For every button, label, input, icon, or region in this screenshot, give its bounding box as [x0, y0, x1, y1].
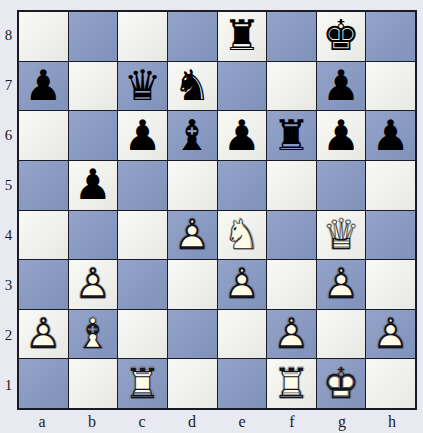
square-a7[interactable]: ♟ — [19, 62, 68, 111]
square-f1[interactable]: ♜♖ — [267, 359, 316, 408]
piece-white-pawn[interactable]: ♟♙ — [168, 211, 217, 260]
white-knight-glyph: ♞ — [218, 211, 267, 260]
rank-label-3: 3 — [0, 260, 17, 310]
file-label-e: e — [217, 410, 267, 433]
square-a2[interactable]: ♟♙ — [19, 310, 68, 359]
black-pawn-glyph: ♟ — [69, 161, 118, 210]
white-pawn-glyph: ♟ — [168, 211, 217, 260]
square-d2[interactable] — [168, 310, 217, 359]
white-pawn-outline-glyph: ♙ — [69, 260, 118, 309]
piece-white-bishop[interactable]: ♝♗ — [69, 310, 118, 359]
square-c8[interactable] — [118, 12, 167, 61]
square-d4[interactable]: ♟♙ — [168, 211, 217, 260]
white-pawn-glyph: ♟ — [317, 260, 366, 309]
square-a1[interactable] — [19, 359, 68, 408]
square-d7[interactable]: ♞ — [168, 62, 217, 111]
square-g3[interactable]: ♟♙ — [317, 260, 366, 309]
white-bishop-glyph: ♝ — [69, 310, 118, 359]
square-e8[interactable]: ♜ — [218, 12, 267, 61]
black-pawn-glyph: ♟ — [317, 111, 366, 160]
piece-white-pawn[interactable]: ♟♙ — [69, 260, 118, 309]
white-pawn-outline-glyph: ♙ — [218, 260, 267, 309]
square-e2[interactable] — [218, 310, 267, 359]
file-label-c: c — [117, 410, 167, 433]
square-g4[interactable]: ♛♕ — [317, 211, 366, 260]
file-label-d: d — [167, 410, 217, 433]
file-label-f: f — [267, 410, 317, 433]
square-b6[interactable] — [69, 111, 118, 160]
square-d3[interactable] — [168, 260, 217, 309]
piece-black-rook[interactable]: ♜ — [267, 111, 316, 160]
square-f8[interactable] — [267, 12, 316, 61]
white-king-outline-glyph: ♔ — [317, 359, 366, 408]
square-a3[interactable] — [19, 260, 68, 309]
white-rook-glyph: ♜ — [267, 359, 316, 408]
rank-label-7: 7 — [0, 60, 17, 110]
square-c3[interactable] — [118, 260, 167, 309]
piece-black-pawn[interactable]: ♟ — [118, 111, 167, 160]
square-f2[interactable]: ♟♙ — [267, 310, 316, 359]
rank-label-6: 6 — [0, 110, 17, 160]
square-f3[interactable] — [267, 260, 316, 309]
white-king-glyph: ♚ — [317, 359, 366, 408]
white-pawn-outline-glyph: ♙ — [267, 310, 316, 359]
white-pawn-glyph: ♟ — [19, 310, 68, 359]
square-h7[interactable] — [366, 62, 415, 111]
black-knight-glyph: ♞ — [168, 62, 217, 111]
square-a4[interactable] — [19, 211, 68, 260]
square-e5[interactable] — [218, 161, 267, 210]
file-label-h: h — [367, 410, 417, 433]
black-pawn-glyph: ♟ — [218, 111, 267, 160]
piece-black-bishop[interactable]: ♝ — [168, 111, 217, 160]
black-bishop-glyph: ♝ — [168, 111, 217, 160]
square-c5[interactable] — [118, 161, 167, 210]
square-a5[interactable] — [19, 161, 68, 210]
black-rook-glyph: ♜ — [218, 12, 267, 61]
square-a6[interactable] — [19, 111, 68, 160]
black-pawn-glyph: ♟ — [19, 62, 68, 111]
square-g5[interactable] — [317, 161, 366, 210]
white-bishop-outline-glyph: ♗ — [69, 310, 118, 359]
black-king-glyph: ♚ — [317, 12, 366, 61]
square-e1[interactable] — [218, 359, 267, 408]
white-pawn-outline-glyph: ♙ — [317, 260, 366, 309]
white-pawn-glyph: ♟ — [267, 310, 316, 359]
square-b5[interactable]: ♟ — [69, 161, 118, 210]
black-pawn-glyph: ♟ — [118, 111, 167, 160]
piece-black-queen[interactable]: ♛ — [118, 62, 167, 111]
square-d6[interactable]: ♝ — [168, 111, 217, 160]
square-h8[interactable] — [366, 12, 415, 61]
square-f6[interactable]: ♜ — [267, 111, 316, 160]
square-b4[interactable] — [69, 211, 118, 260]
square-g7[interactable]: ♟ — [317, 62, 366, 111]
square-h3[interactable] — [366, 260, 415, 309]
white-pawn-outline-glyph: ♙ — [19, 310, 68, 359]
piece-white-pawn[interactable]: ♟♙ — [267, 310, 316, 359]
square-d1[interactable] — [168, 359, 217, 408]
piece-black-pawn[interactable]: ♟ — [317, 62, 366, 111]
square-c7[interactable]: ♛ — [118, 62, 167, 111]
piece-black-pawn[interactable]: ♟ — [366, 111, 415, 160]
square-f7[interactable] — [267, 62, 316, 111]
square-g2[interactable] — [317, 310, 366, 359]
black-rook-glyph: ♜ — [267, 111, 316, 160]
piece-white-pawn[interactable]: ♟♙ — [19, 310, 68, 359]
piece-black-knight[interactable]: ♞ — [168, 62, 217, 111]
black-pawn-glyph: ♟ — [366, 111, 415, 160]
piece-white-pawn[interactable]: ♟♙ — [317, 260, 366, 309]
file-label-a: a — [17, 410, 67, 433]
white-knight-outline-glyph: ♘ — [218, 211, 267, 260]
square-h2[interactable]: ♟♙ — [366, 310, 415, 359]
square-e6[interactable]: ♟ — [218, 111, 267, 160]
piece-white-pawn[interactable]: ♟♙ — [218, 260, 267, 309]
white-pawn-glyph: ♟ — [218, 260, 267, 309]
piece-white-rook[interactable]: ♜♖ — [118, 359, 167, 408]
square-d8[interactable] — [168, 12, 217, 61]
rank-label-8: 8 — [0, 10, 17, 60]
square-a8[interactable] — [19, 12, 68, 61]
piece-black-pawn[interactable]: ♟ — [69, 161, 118, 210]
file-label-g: g — [317, 410, 367, 433]
square-c4[interactable] — [118, 211, 167, 260]
rank-label-1: 1 — [0, 360, 17, 410]
piece-white-king[interactable]: ♚♔ — [317, 359, 366, 408]
square-h6[interactable]: ♟ — [366, 111, 415, 160]
square-h1[interactable] — [366, 359, 415, 408]
piece-white-rook[interactable]: ♜♖ — [267, 359, 316, 408]
square-b8[interactable] — [69, 12, 118, 61]
piece-white-knight[interactable]: ♞♘ — [218, 211, 267, 260]
square-c2[interactable] — [118, 310, 167, 359]
file-labels: a b c d e f g h — [17, 410, 417, 433]
piece-black-pawn[interactable]: ♟ — [19, 62, 68, 111]
white-rook-outline-glyph: ♖ — [267, 359, 316, 408]
file-label-b: b — [67, 410, 117, 433]
white-pawn-outline-glyph: ♙ — [366, 310, 415, 359]
white-pawn-glyph: ♟ — [366, 310, 415, 359]
square-h4[interactable] — [366, 211, 415, 260]
black-pawn-glyph: ♟ — [317, 62, 366, 111]
square-b1[interactable] — [69, 359, 118, 408]
chess-position-diagram: 8 7 6 5 4 3 2 1 ♜♚♟♛♞♟♟♝♟♜♟♟♟♟♙♞♘♛♕♟♙♟♙♟… — [0, 0, 423, 433]
square-b7[interactable] — [69, 62, 118, 111]
chess-board: ♜♚♟♛♞♟♟♝♟♜♟♟♟♟♙♞♘♛♕♟♙♟♙♟♙♟♙♝♗♟♙♟♙♜♖♜♖♚♔ — [17, 10, 417, 410]
piece-black-king[interactable]: ♚ — [317, 12, 366, 61]
rank-labels: 8 7 6 5 4 3 2 1 — [0, 10, 17, 410]
square-c1[interactable]: ♜♖ — [118, 359, 167, 408]
white-queen-glyph: ♛ — [317, 211, 366, 260]
white-pawn-outline-glyph: ♙ — [168, 211, 217, 260]
square-b2[interactable]: ♝♗ — [69, 310, 118, 359]
square-g6[interactable]: ♟ — [317, 111, 366, 160]
square-e3[interactable]: ♟♙ — [218, 260, 267, 309]
black-queen-glyph: ♛ — [118, 62, 167, 111]
white-rook-glyph: ♜ — [118, 359, 167, 408]
piece-white-queen[interactable]: ♛♕ — [317, 211, 366, 260]
square-g1[interactable]: ♚♔ — [317, 359, 366, 408]
piece-black-pawn[interactable]: ♟ — [218, 111, 267, 160]
square-c6[interactable]: ♟ — [118, 111, 167, 160]
square-e7[interactable] — [218, 62, 267, 111]
white-pawn-glyph: ♟ — [69, 260, 118, 309]
square-e4[interactable]: ♞♘ — [218, 211, 267, 260]
piece-black-rook[interactable]: ♜ — [218, 12, 267, 61]
white-queen-outline-glyph: ♕ — [317, 211, 366, 260]
square-d5[interactable] — [168, 161, 217, 210]
square-h5[interactable] — [366, 161, 415, 210]
square-g8[interactable]: ♚ — [317, 12, 366, 61]
white-rook-outline-glyph: ♖ — [118, 359, 167, 408]
square-f4[interactable] — [267, 211, 316, 260]
square-b3[interactable]: ♟♙ — [69, 260, 118, 309]
rank-label-4: 4 — [0, 210, 17, 260]
rank-label-2: 2 — [0, 310, 17, 360]
square-f5[interactable] — [267, 161, 316, 210]
rank-label-5: 5 — [0, 160, 17, 210]
piece-white-pawn[interactable]: ♟♙ — [366, 310, 415, 359]
piece-black-pawn[interactable]: ♟ — [317, 111, 366, 160]
